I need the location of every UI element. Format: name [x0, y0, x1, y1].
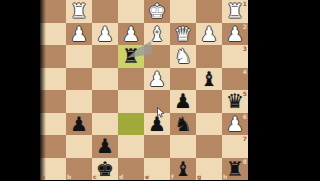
square-h2[interactable]: 2♟: [222, 23, 248, 46]
square-e5[interactable]: [144, 90, 170, 113]
black-king[interactable]: ♚: [92, 158, 118, 181]
black-rook[interactable]: ♜: [118, 45, 144, 68]
square-a8[interactable]: a: [40, 158, 66, 181]
file-label-g: g: [197, 174, 201, 180]
square-d5[interactable]: [118, 90, 144, 113]
video-frame: ♜♚1♜♟♟♟♝♛♟2♟♜♞3♟♝4♟5♛♟♟♞6♟♟7abc♚def♝g8h♜: [0, 0, 320, 180]
square-h4[interactable]: 4: [222, 68, 248, 91]
square-e1[interactable]: ♚: [144, 0, 170, 23]
square-b4[interactable]: [66, 68, 92, 91]
square-d2[interactable]: ♟: [118, 23, 144, 46]
square-c6[interactable]: [92, 113, 118, 136]
square-b2[interactable]: ♟: [66, 23, 92, 46]
square-f1[interactable]: [170, 0, 196, 23]
white-rook[interactable]: ♜: [222, 0, 248, 23]
square-d7[interactable]: [118, 135, 144, 158]
rank-label-4: 4: [243, 69, 247, 75]
square-h7[interactable]: 7: [222, 135, 248, 158]
white-pawn[interactable]: ♟: [66, 23, 92, 46]
black-pawn[interactable]: ♟: [66, 113, 92, 136]
black-pawn[interactable]: ♟: [92, 135, 118, 158]
white-bishop[interactable]: ♝: [144, 23, 170, 46]
square-c5[interactable]: [92, 90, 118, 113]
white-knight[interactable]: ♞: [170, 45, 196, 68]
square-b6[interactable]: ♟: [66, 113, 92, 136]
square-f5[interactable]: ♟: [170, 90, 196, 113]
square-e7[interactable]: [144, 135, 170, 158]
square-b3[interactable]: [66, 45, 92, 68]
rank-label-3: 3: [243, 46, 247, 52]
white-king[interactable]: ♚: [144, 0, 170, 23]
square-b8[interactable]: b: [66, 158, 92, 181]
square-c1[interactable]: [92, 0, 118, 23]
file-label-a: a: [41, 174, 45, 180]
square-h6[interactable]: 6♟: [222, 113, 248, 136]
white-pawn[interactable]: ♟: [92, 23, 118, 46]
square-a7[interactable]: [40, 135, 66, 158]
black-bishop[interactable]: ♝: [196, 68, 222, 91]
square-f7[interactable]: [170, 135, 196, 158]
square-g5[interactable]: [196, 90, 222, 113]
file-label-e: e: [145, 174, 149, 180]
black-pawn[interactable]: ♟: [144, 113, 170, 136]
white-pawn[interactable]: ♟: [222, 113, 248, 136]
square-a6[interactable]: [40, 113, 66, 136]
square-a5[interactable]: [40, 90, 66, 113]
square-e3[interactable]: [144, 45, 170, 68]
file-label-b: b: [67, 174, 71, 180]
square-e8[interactable]: e: [144, 158, 170, 181]
square-c2[interactable]: ♟: [92, 23, 118, 46]
square-g6[interactable]: [196, 113, 222, 136]
square-d6[interactable]: [118, 113, 144, 136]
white-pawn[interactable]: ♟: [222, 23, 248, 46]
square-d1[interactable]: [118, 0, 144, 23]
file-label-d: d: [119, 174, 123, 180]
square-e4[interactable]: ♟: [144, 68, 170, 91]
white-queen[interactable]: ♛: [170, 23, 196, 46]
white-pawn[interactable]: ♟: [196, 23, 222, 46]
square-a2[interactable]: [40, 23, 66, 46]
black-bishop[interactable]: ♝: [170, 158, 196, 181]
square-d3[interactable]: ♜: [118, 45, 144, 68]
white-rook[interactable]: ♜: [66, 0, 92, 23]
square-e6[interactable]: ♟: [144, 113, 170, 136]
square-g8[interactable]: g: [196, 158, 222, 181]
white-pawn[interactable]: ♟: [118, 23, 144, 46]
black-knight[interactable]: ♞: [170, 113, 196, 136]
black-pawn[interactable]: ♟: [170, 90, 196, 113]
square-e2[interactable]: ♝: [144, 23, 170, 46]
square-b5[interactable]: [66, 90, 92, 113]
black-queen[interactable]: ♛: [222, 90, 248, 113]
square-b1[interactable]: ♜: [66, 0, 92, 23]
square-d8[interactable]: d: [118, 158, 144, 181]
square-g3[interactable]: [196, 45, 222, 68]
square-a3[interactable]: [40, 45, 66, 68]
square-h5[interactable]: 5♛: [222, 90, 248, 113]
square-c4[interactable]: [92, 68, 118, 91]
square-f8[interactable]: f♝: [170, 158, 196, 181]
square-f2[interactable]: ♛: [170, 23, 196, 46]
square-b7[interactable]: [66, 135, 92, 158]
square-a4[interactable]: [40, 68, 66, 91]
square-g2[interactable]: ♟: [196, 23, 222, 46]
square-c8[interactable]: c♚: [92, 158, 118, 181]
square-g7[interactable]: [196, 135, 222, 158]
square-c3[interactable]: [92, 45, 118, 68]
square-g4[interactable]: ♝: [196, 68, 222, 91]
square-d4[interactable]: [118, 68, 144, 91]
square-f6[interactable]: ♞: [170, 113, 196, 136]
square-a1[interactable]: [40, 0, 66, 23]
square-h1[interactable]: 1♜: [222, 0, 248, 23]
square-h8[interactable]: 8h♜: [222, 158, 248, 181]
square-f3[interactable]: ♞: [170, 45, 196, 68]
square-f4[interactable]: [170, 68, 196, 91]
square-h3[interactable]: 3: [222, 45, 248, 68]
square-c7[interactable]: ♟: [92, 135, 118, 158]
chess-board: ♜♚1♜♟♟♟♝♛♟2♟♜♞3♟♝4♟5♛♟♟♞6♟♟7abc♚def♝g8h♜: [40, 0, 248, 180]
rank-label-7: 7: [243, 136, 247, 142]
square-g1[interactable]: [196, 0, 222, 23]
white-pawn[interactable]: ♟: [144, 68, 170, 91]
black-rook[interactable]: ♜: [222, 158, 248, 181]
